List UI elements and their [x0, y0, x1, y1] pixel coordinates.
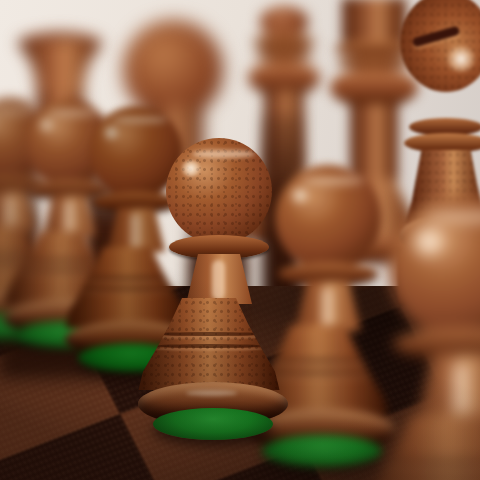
- shine: [452, 362, 470, 417]
- shine: [130, 213, 141, 248]
- specular-highlight: [180, 160, 202, 177]
- felt-pad: [153, 408, 273, 440]
- pawn-bell: [345, 414, 480, 480]
- shine: [212, 260, 225, 300]
- specular-highlight: [38, 118, 56, 132]
- specular-highlight: [102, 125, 121, 140]
- stem-top: [342, 0, 406, 42]
- specular-highlight: [408, 225, 449, 258]
- shine: [186, 390, 237, 396]
- shine: [321, 287, 334, 327]
- pawn-focus: [144, 138, 294, 440]
- shine: [112, 117, 167, 124]
- rook-cup: [18, 40, 102, 96]
- pawn-foreground: [359, 195, 480, 480]
- shine: [192, 150, 255, 158]
- specular-highlight: [446, 46, 476, 72]
- chess-pieces-photo: [0, 0, 480, 480]
- pawn-bell: [134, 298, 284, 390]
- bishop-head: [400, 0, 480, 92]
- stem-knob: [260, 6, 308, 36]
- shine: [301, 177, 364, 185]
